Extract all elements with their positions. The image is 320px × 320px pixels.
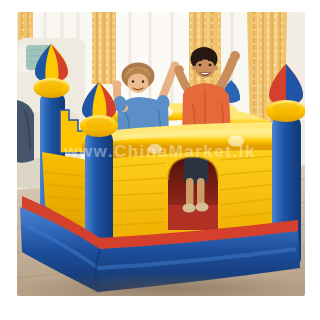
child-right-hand <box>230 51 240 61</box>
adult-jeans-leg <box>17 100 34 163</box>
child-left-fist <box>112 80 121 89</box>
child-leg <box>186 178 194 206</box>
watermark: www.ChinaMarket.lk <box>63 142 256 161</box>
child-shoe <box>196 203 209 212</box>
product-photo: www.ChinaMarket.lk <box>0 0 320 320</box>
child-shoe <box>183 204 196 213</box>
child-right-fist <box>174 65 184 75</box>
bouncy-castle-scene: www.ChinaMarket.lk <box>0 0 320 320</box>
doorway-interior <box>168 155 218 230</box>
curtain-mid-left <box>92 12 116 84</box>
floor-shadow <box>20 272 310 304</box>
child-leg <box>197 178 205 206</box>
